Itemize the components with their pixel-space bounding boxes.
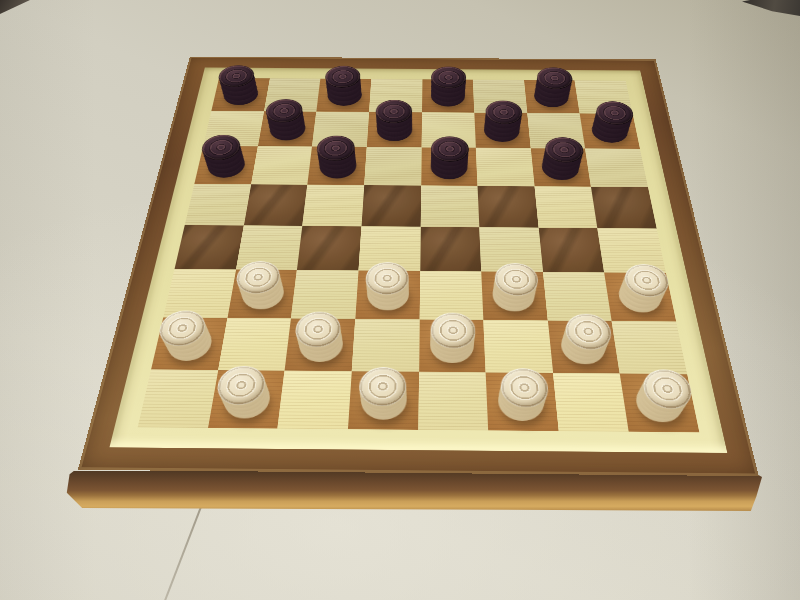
piece-top-face [431,136,469,162]
dark-checker-piece[interactable] [484,118,521,142]
dark-checker-piece[interactable] [533,85,570,107]
dark-checker-piece[interactable] [268,117,307,141]
board-box-side [64,471,762,513]
table-edge-shadow-right [742,0,800,16]
light-checker-piece[interactable] [367,279,410,311]
table-seam-line [163,499,205,600]
dark-checker-piece[interactable] [590,119,630,143]
board-square[interactable] [244,184,308,225]
board-square [585,149,648,188]
dark-checker-piece[interactable] [318,153,357,178]
piece-top-face [430,313,475,349]
dark-checker-piece[interactable] [205,152,247,177]
piece-top-face [431,67,466,89]
checkers-board [78,57,759,477]
board-square [251,146,312,184]
board-square[interactable] [478,186,539,228]
dark-checker-piece[interactable] [376,118,412,142]
table-background [0,0,800,600]
dark-checker-piece[interactable] [431,154,468,179]
light-checker-piece[interactable] [616,281,663,313]
dark-checker-piece[interactable] [541,155,581,180]
board-square [163,269,235,318]
board-square [476,148,534,186]
light-checker-piece[interactable] [498,382,546,421]
table-edge-shadow-left [0,0,30,14]
board-square[interactable] [361,185,420,226]
dark-checker-piece[interactable] [431,85,466,107]
board-square [364,147,421,185]
board-square [420,186,479,228]
dark-checker-piece[interactable] [326,84,362,106]
dark-checker-piece[interactable] [222,83,261,105]
light-checker-piece[interactable] [221,380,272,418]
light-checker-piece[interactable] [297,327,344,362]
